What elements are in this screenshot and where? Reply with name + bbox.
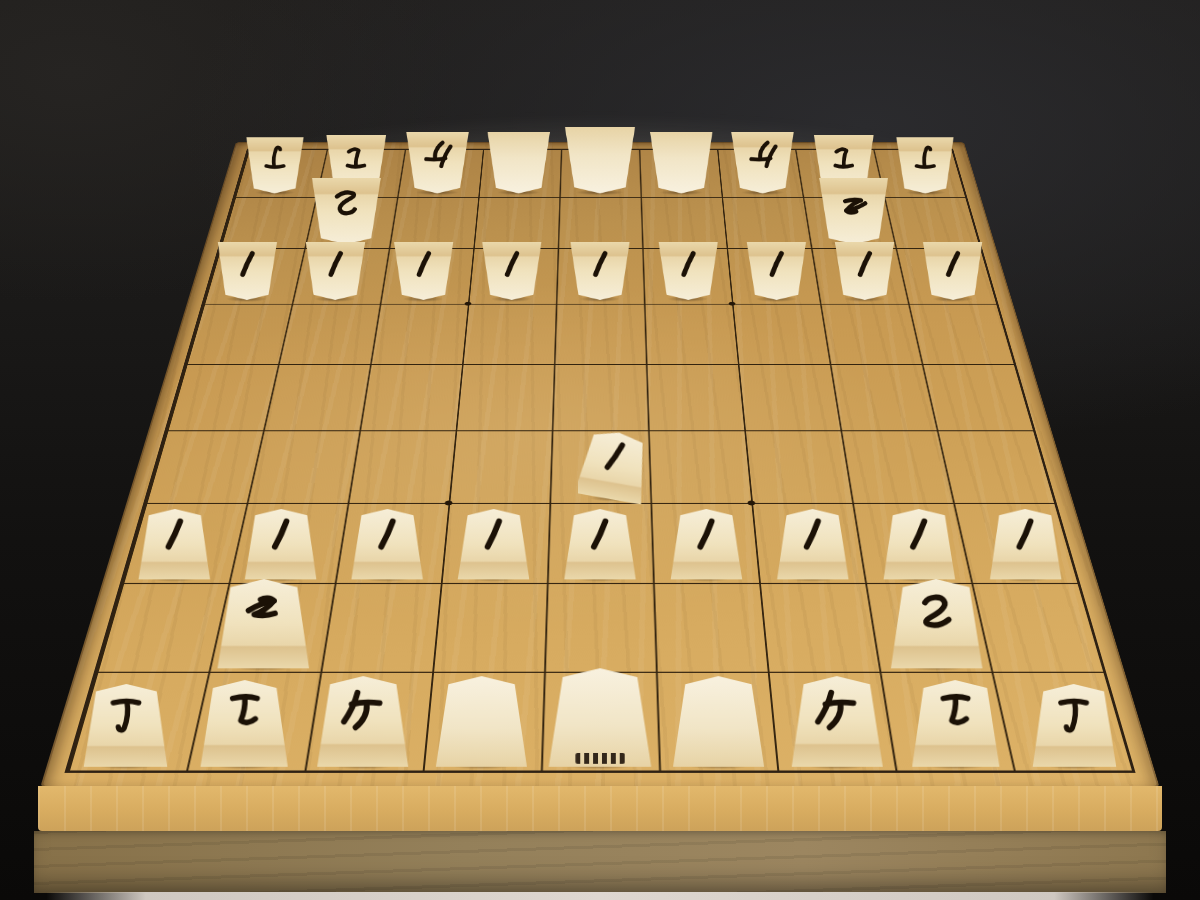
star-point [445, 501, 453, 506]
photo-background [0, 0, 1200, 900]
board-grid [64, 149, 1135, 773]
star-point [464, 302, 471, 306]
star-point [747, 501, 755, 506]
star-point [729, 302, 736, 306]
shogi-board [40, 142, 1160, 788]
board-front-bevel [38, 786, 1162, 831]
floor-highlight [46, 892, 1154, 900]
board-front-face [34, 831, 1166, 893]
